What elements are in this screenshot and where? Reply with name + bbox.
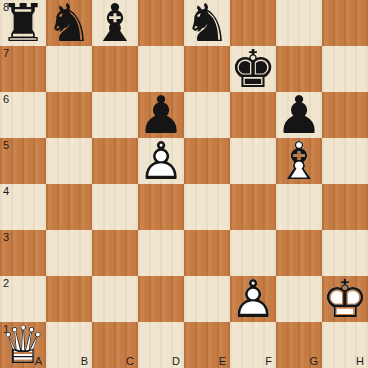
square-c5[interactable] [92,138,138,184]
square-g8[interactable] [276,0,322,46]
chess-board: 8♜♞♝♞7♚6♟♟5♟♙♝♗432♟♙♚♔1A♛♕BCDEFGH [0,0,368,368]
square-h4[interactable] [322,184,368,230]
square-g3[interactable] [276,230,322,276]
square-d3[interactable] [138,230,184,276]
square-h6[interactable] [322,92,368,138]
square-a5[interactable]: 5 [0,138,46,184]
piece-white-queen[interactable]: ♛♕ [0,322,46,368]
square-b2[interactable] [46,276,92,322]
square-a6[interactable]: 6 [0,92,46,138]
rank-label-4: 4 [3,185,9,197]
piece-white-pawn[interactable]: ♟♙ [230,276,276,322]
file-label-c: C [126,355,134,367]
square-g5[interactable]: ♝♗ [276,138,322,184]
square-b1[interactable]: B [46,322,92,368]
square-h7[interactable] [322,46,368,92]
pawn-glyph-outline: ♙ [138,138,184,184]
square-b8[interactable]: ♞ [46,0,92,46]
rank-label-2: 2 [3,277,9,289]
chess-diagram: 8♜♞♝♞7♚6♟♟5♟♙♝♗432♟♙♚♔1A♛♕BCDEFGH [0,0,368,368]
square-e4[interactable] [184,184,230,230]
pawn-glyph-outline: ♙ [230,276,276,322]
king-glyph-outline: ♔ [322,276,368,322]
square-c1[interactable]: C [92,322,138,368]
square-c3[interactable] [92,230,138,276]
square-h8[interactable] [322,0,368,46]
square-a1[interactable]: 1A♛♕ [0,322,46,368]
file-label-h: H [356,355,364,367]
bishop-glyph-outline: ♗ [276,138,322,184]
square-b7[interactable] [46,46,92,92]
rank-label-7: 7 [3,47,9,59]
square-f1[interactable]: F [230,322,276,368]
rook-glyph: ♜ [0,0,46,46]
square-a8[interactable]: 8♜ [0,0,46,46]
square-c7[interactable] [92,46,138,92]
queen-glyph-outline: ♕ [0,322,46,368]
file-label-d: D [172,355,180,367]
rank-label-6: 6 [3,93,9,105]
file-label-g: G [309,355,318,367]
square-h2[interactable]: ♚♔ [322,276,368,322]
square-d5[interactable]: ♟♙ [138,138,184,184]
rank-label-3: 3 [3,231,9,243]
piece-black-bishop[interactable]: ♝ [92,0,138,46]
square-e1[interactable]: E [184,322,230,368]
piece-black-knight[interactable]: ♞ [184,0,230,46]
square-d8[interactable] [138,0,184,46]
square-b4[interactable] [46,184,92,230]
square-b5[interactable] [46,138,92,184]
bishop-glyph: ♝ [92,0,138,46]
piece-black-knight[interactable]: ♞ [46,0,92,46]
square-h1[interactable]: H [322,322,368,368]
piece-black-rook[interactable]: ♜ [0,0,46,46]
piece-white-pawn[interactable]: ♟♙ [138,138,184,184]
square-b6[interactable] [46,92,92,138]
square-d4[interactable] [138,184,184,230]
square-e7[interactable] [184,46,230,92]
square-g4[interactable] [276,184,322,230]
piece-white-king[interactable]: ♚♔ [322,276,368,322]
square-e5[interactable] [184,138,230,184]
square-f2[interactable]: ♟♙ [230,276,276,322]
square-f5[interactable] [230,138,276,184]
square-g1[interactable]: G [276,322,322,368]
square-e3[interactable] [184,230,230,276]
square-f4[interactable] [230,184,276,230]
square-f7[interactable]: ♚ [230,46,276,92]
piece-black-king[interactable]: ♚ [230,46,276,92]
file-label-e: E [219,355,226,367]
square-c4[interactable] [92,184,138,230]
square-g2[interactable] [276,276,322,322]
square-e6[interactable] [184,92,230,138]
square-d2[interactable] [138,276,184,322]
square-b3[interactable] [46,230,92,276]
square-d1[interactable]: D [138,322,184,368]
square-f6[interactable] [230,92,276,138]
knight-glyph: ♞ [184,0,230,46]
rank-label-5: 5 [3,139,9,151]
square-c6[interactable] [92,92,138,138]
square-c2[interactable] [92,276,138,322]
square-e2[interactable] [184,276,230,322]
piece-white-bishop[interactable]: ♝♗ [276,138,322,184]
square-e8[interactable]: ♞ [184,0,230,46]
file-label-f: F [265,355,272,367]
king-glyph: ♚ [230,46,276,92]
square-c8[interactable]: ♝ [92,0,138,46]
square-h5[interactable] [322,138,368,184]
square-a4[interactable]: 4 [0,184,46,230]
file-label-b: B [81,355,88,367]
knight-glyph: ♞ [46,0,92,46]
square-a3[interactable]: 3 [0,230,46,276]
square-a7[interactable]: 7 [0,46,46,92]
